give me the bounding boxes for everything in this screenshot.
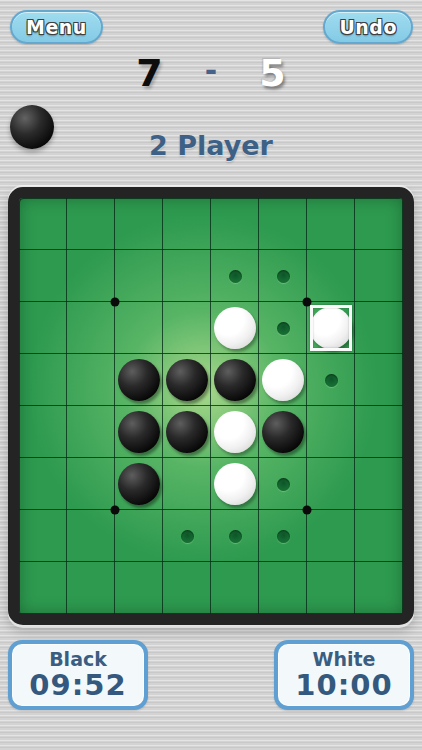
cell-e7[interactable] (211, 510, 259, 562)
cell-g8[interactable] (307, 562, 355, 614)
black-score: 7 (136, 51, 162, 95)
cell-f3[interactable] (259, 302, 307, 354)
black-disc (166, 359, 208, 401)
legal-move-dot[interactable] (277, 530, 290, 543)
cell-h6[interactable] (355, 458, 403, 510)
cell-f2[interactable] (259, 250, 307, 302)
cell-d4[interactable] (163, 354, 211, 406)
white-disc (310, 307, 352, 349)
cell-g5[interactable] (307, 406, 355, 458)
cell-f5[interactable] (259, 406, 307, 458)
cell-h8[interactable] (355, 562, 403, 614)
cell-a3[interactable] (19, 302, 67, 354)
cell-g2[interactable] (307, 250, 355, 302)
reversi-app-screen: Menu Undo 7 - 5 2 Player Black 09:52 Whi… (0, 0, 422, 750)
cell-c2[interactable] (115, 250, 163, 302)
legal-move-dot[interactable] (229, 270, 242, 283)
cell-b1[interactable] (67, 198, 115, 250)
cell-d8[interactable] (163, 562, 211, 614)
cell-g4[interactable] (307, 354, 355, 406)
cell-b7[interactable] (67, 510, 115, 562)
cell-c7[interactable] (115, 510, 163, 562)
cell-c3[interactable] (115, 302, 163, 354)
cell-b3[interactable] (67, 302, 115, 354)
cell-e1[interactable] (211, 198, 259, 250)
cell-e8[interactable] (211, 562, 259, 614)
cell-d6[interactable] (163, 458, 211, 510)
cell-a8[interactable] (19, 562, 67, 614)
cell-b2[interactable] (67, 250, 115, 302)
cell-e4[interactable] (211, 354, 259, 406)
cell-f7[interactable] (259, 510, 307, 562)
mode-label: 2 Player (0, 130, 422, 161)
cell-a2[interactable] (19, 250, 67, 302)
cell-e3[interactable] (211, 302, 259, 354)
cell-a1[interactable] (19, 198, 67, 250)
cell-e2[interactable] (211, 250, 259, 302)
black-timer-panel: Black 09:52 (8, 640, 148, 710)
board-frame (8, 187, 414, 625)
cell-d7[interactable] (163, 510, 211, 562)
cell-c1[interactable] (115, 198, 163, 250)
white-timer-label: White (313, 650, 376, 670)
cell-f8[interactable] (259, 562, 307, 614)
legal-move-dot[interactable] (181, 530, 194, 543)
legal-move-dot[interactable] (229, 530, 242, 543)
black-disc (262, 411, 304, 453)
cell-h3[interactable] (355, 302, 403, 354)
cell-a5[interactable] (19, 406, 67, 458)
black-disc (118, 463, 160, 505)
cell-b8[interactable] (67, 562, 115, 614)
cell-h5[interactable] (355, 406, 403, 458)
cell-d5[interactable] (163, 406, 211, 458)
cell-d3[interactable] (163, 302, 211, 354)
black-disc (118, 359, 160, 401)
menu-button[interactable]: Menu (10, 10, 103, 44)
cell-c4[interactable] (115, 354, 163, 406)
black-disc (166, 411, 208, 453)
legal-move-dot[interactable] (277, 322, 290, 335)
cell-a6[interactable] (19, 458, 67, 510)
white-disc (214, 463, 256, 505)
cell-h4[interactable] (355, 354, 403, 406)
legal-move-dot[interactable] (325, 374, 338, 387)
cell-g1[interactable] (307, 198, 355, 250)
cell-d2[interactable] (163, 250, 211, 302)
white-timer-value: 10:00 (295, 670, 392, 700)
black-disc (118, 411, 160, 453)
cell-b4[interactable] (67, 354, 115, 406)
cell-c6[interactable] (115, 458, 163, 510)
cell-f6[interactable] (259, 458, 307, 510)
score-separator: - (205, 53, 217, 88)
cell-c5[interactable] (115, 406, 163, 458)
board-grid (19, 198, 403, 614)
white-score: 5 (259, 51, 285, 95)
cell-a4[interactable] (19, 354, 67, 406)
cell-c8[interactable] (115, 562, 163, 614)
black-timer-label: Black (49, 650, 107, 670)
cell-g7[interactable] (307, 510, 355, 562)
cell-e5[interactable] (211, 406, 259, 458)
white-disc (214, 307, 256, 349)
legal-move-dot[interactable] (277, 478, 290, 491)
cell-a7[interactable] (19, 510, 67, 562)
cell-h7[interactable] (355, 510, 403, 562)
black-timer-value: 09:52 (29, 670, 126, 700)
cell-g3[interactable] (307, 302, 355, 354)
cell-h2[interactable] (355, 250, 403, 302)
cell-b5[interactable] (67, 406, 115, 458)
undo-button[interactable]: Undo (323, 10, 413, 44)
white-timer-panel: White 10:00 (274, 640, 414, 710)
score-display: 7 - 5 (0, 50, 422, 96)
white-disc (214, 411, 256, 453)
white-disc (262, 359, 304, 401)
black-disc (214, 359, 256, 401)
cell-e6[interactable] (211, 458, 259, 510)
cell-d1[interactable] (163, 198, 211, 250)
cell-g6[interactable] (307, 458, 355, 510)
legal-move-dot[interactable] (277, 270, 290, 283)
cell-f1[interactable] (259, 198, 307, 250)
cell-h1[interactable] (355, 198, 403, 250)
cell-f4[interactable] (259, 354, 307, 406)
cell-b6[interactable] (67, 458, 115, 510)
